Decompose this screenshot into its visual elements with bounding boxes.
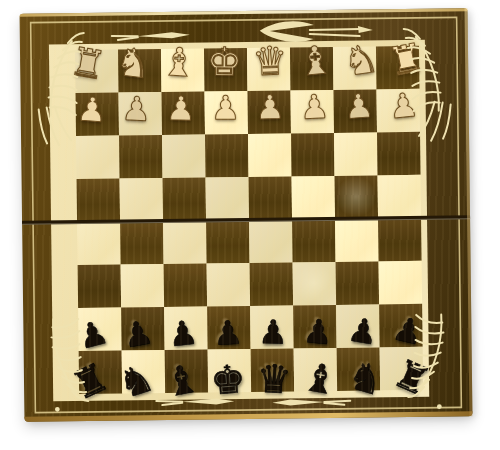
square-c7[interactable]: ♟ bbox=[293, 305, 337, 349]
square-b4[interactable] bbox=[335, 175, 379, 219]
square-e7[interactable]: ♟ bbox=[207, 306, 251, 350]
square-e5[interactable] bbox=[206, 220, 250, 264]
piece-wK-e1[interactable]: ♚ bbox=[203, 40, 247, 84]
square-a8[interactable]: ♜ bbox=[380, 347, 424, 391]
square-c3[interactable] bbox=[291, 133, 335, 177]
square-e8[interactable]: ♚ bbox=[208, 349, 252, 393]
engraved-dot-bottom-right bbox=[437, 404, 442, 409]
square-c5[interactable] bbox=[292, 219, 336, 263]
square-h6[interactable] bbox=[78, 265, 122, 309]
piece-wR-h1[interactable]: ♜ bbox=[63, 39, 113, 89]
piece-wP-d2[interactable]: ♟ bbox=[248, 85, 292, 129]
photo-background: ♜♞♝♚♛♝♞♜♟♟♟♟♟♟♟♟♟♟♟♟♟♟♟♟♜♞♝♚♛♝♞♜ bbox=[0, 0, 500, 450]
square-h4[interactable] bbox=[77, 179, 121, 223]
square-c2[interactable]: ♟ bbox=[290, 90, 334, 134]
square-b6[interactable] bbox=[336, 261, 380, 305]
piece-wB-c1[interactable]: ♝ bbox=[292, 37, 339, 84]
square-b3[interactable] bbox=[334, 132, 378, 176]
chess-board: ♜♞♝♚♛♝♞♜♟♟♟♟♟♟♟♟♟♟♟♟♟♟♟♟♜♞♝♚♛♝♞♜ bbox=[20, 8, 473, 421]
square-e1[interactable]: ♚ bbox=[204, 48, 248, 92]
square-c6[interactable] bbox=[293, 262, 337, 306]
square-b5[interactable] bbox=[335, 218, 379, 262]
square-e6[interactable] bbox=[207, 263, 251, 307]
square-e4[interactable] bbox=[206, 177, 250, 221]
piece-wP-a2[interactable]: ♟ bbox=[380, 82, 427, 129]
square-f7[interactable]: ♟ bbox=[164, 306, 208, 350]
square-a7[interactable]: ♟ bbox=[379, 304, 423, 348]
square-b2[interactable]: ♟ bbox=[333, 89, 377, 133]
square-f4[interactable] bbox=[163, 177, 207, 221]
square-d5[interactable] bbox=[249, 219, 293, 263]
square-g6[interactable] bbox=[121, 264, 165, 308]
square-d8[interactable]: ♛ bbox=[251, 348, 295, 392]
piece-bB-f8[interactable]: ♝ bbox=[157, 355, 208, 406]
square-f8[interactable]: ♝ bbox=[165, 349, 209, 393]
board-bottom-edge bbox=[24, 411, 472, 421]
square-a3[interactable] bbox=[377, 132, 421, 176]
square-a6[interactable] bbox=[379, 261, 423, 305]
square-a2[interactable]: ♟ bbox=[376, 89, 420, 133]
square-d2[interactable]: ♟ bbox=[247, 90, 291, 134]
piece-wP-f2[interactable]: ♟ bbox=[159, 86, 203, 130]
square-c8[interactable]: ♝ bbox=[294, 348, 338, 392]
piece-bR-a8[interactable]: ♜ bbox=[384, 349, 441, 406]
square-h3[interactable] bbox=[76, 136, 120, 180]
piece-bK-e8[interactable]: ♚ bbox=[205, 357, 251, 403]
square-e3[interactable] bbox=[205, 134, 249, 178]
square-e2[interactable]: ♟ bbox=[204, 91, 248, 135]
piece-wP-b2[interactable]: ♟ bbox=[336, 83, 382, 129]
square-f6[interactable] bbox=[164, 263, 208, 307]
square-h5[interactable] bbox=[77, 222, 121, 266]
piece-wQ-d1[interactable]: ♛ bbox=[248, 39, 293, 84]
square-a5[interactable] bbox=[378, 218, 422, 262]
piece-bQ-d8[interactable]: ♛ bbox=[251, 357, 296, 402]
piece-wB-f1[interactable]: ♝ bbox=[156, 39, 202, 85]
square-h2[interactable]: ♟ bbox=[75, 93, 119, 137]
square-d6[interactable] bbox=[250, 262, 294, 306]
piece-wR-a1[interactable]: ♜ bbox=[381, 34, 432, 85]
square-d4[interactable] bbox=[249, 176, 293, 220]
square-f3[interactable] bbox=[162, 134, 206, 178]
square-f5[interactable] bbox=[163, 220, 207, 264]
square-g2[interactable]: ♟ bbox=[118, 92, 162, 136]
piece-wP-c2[interactable]: ♟ bbox=[292, 84, 337, 129]
square-d3[interactable] bbox=[248, 133, 292, 177]
square-g5[interactable] bbox=[120, 221, 164, 265]
piece-wN-g1[interactable]: ♞ bbox=[109, 39, 157, 87]
square-b7[interactable]: ♟ bbox=[336, 304, 380, 348]
square-d7[interactable]: ♟ bbox=[250, 305, 294, 349]
square-a4[interactable] bbox=[378, 175, 422, 219]
piece-wP-h2[interactable]: ♟ bbox=[69, 86, 115, 132]
square-g4[interactable] bbox=[120, 178, 164, 222]
square-b8[interactable]: ♞ bbox=[337, 347, 381, 391]
square-c4[interactable] bbox=[292, 176, 336, 220]
board-top-edge-highlight bbox=[20, 8, 468, 16]
board-right-edge bbox=[464, 8, 472, 416]
square-g3[interactable] bbox=[119, 135, 163, 179]
engraved-dot-bottom-left bbox=[55, 407, 60, 412]
piece-wP-e2[interactable]: ♟ bbox=[204, 86, 247, 129]
piece-wP-g2[interactable]: ♟ bbox=[114, 86, 159, 131]
square-f2[interactable]: ♟ bbox=[161, 91, 205, 135]
